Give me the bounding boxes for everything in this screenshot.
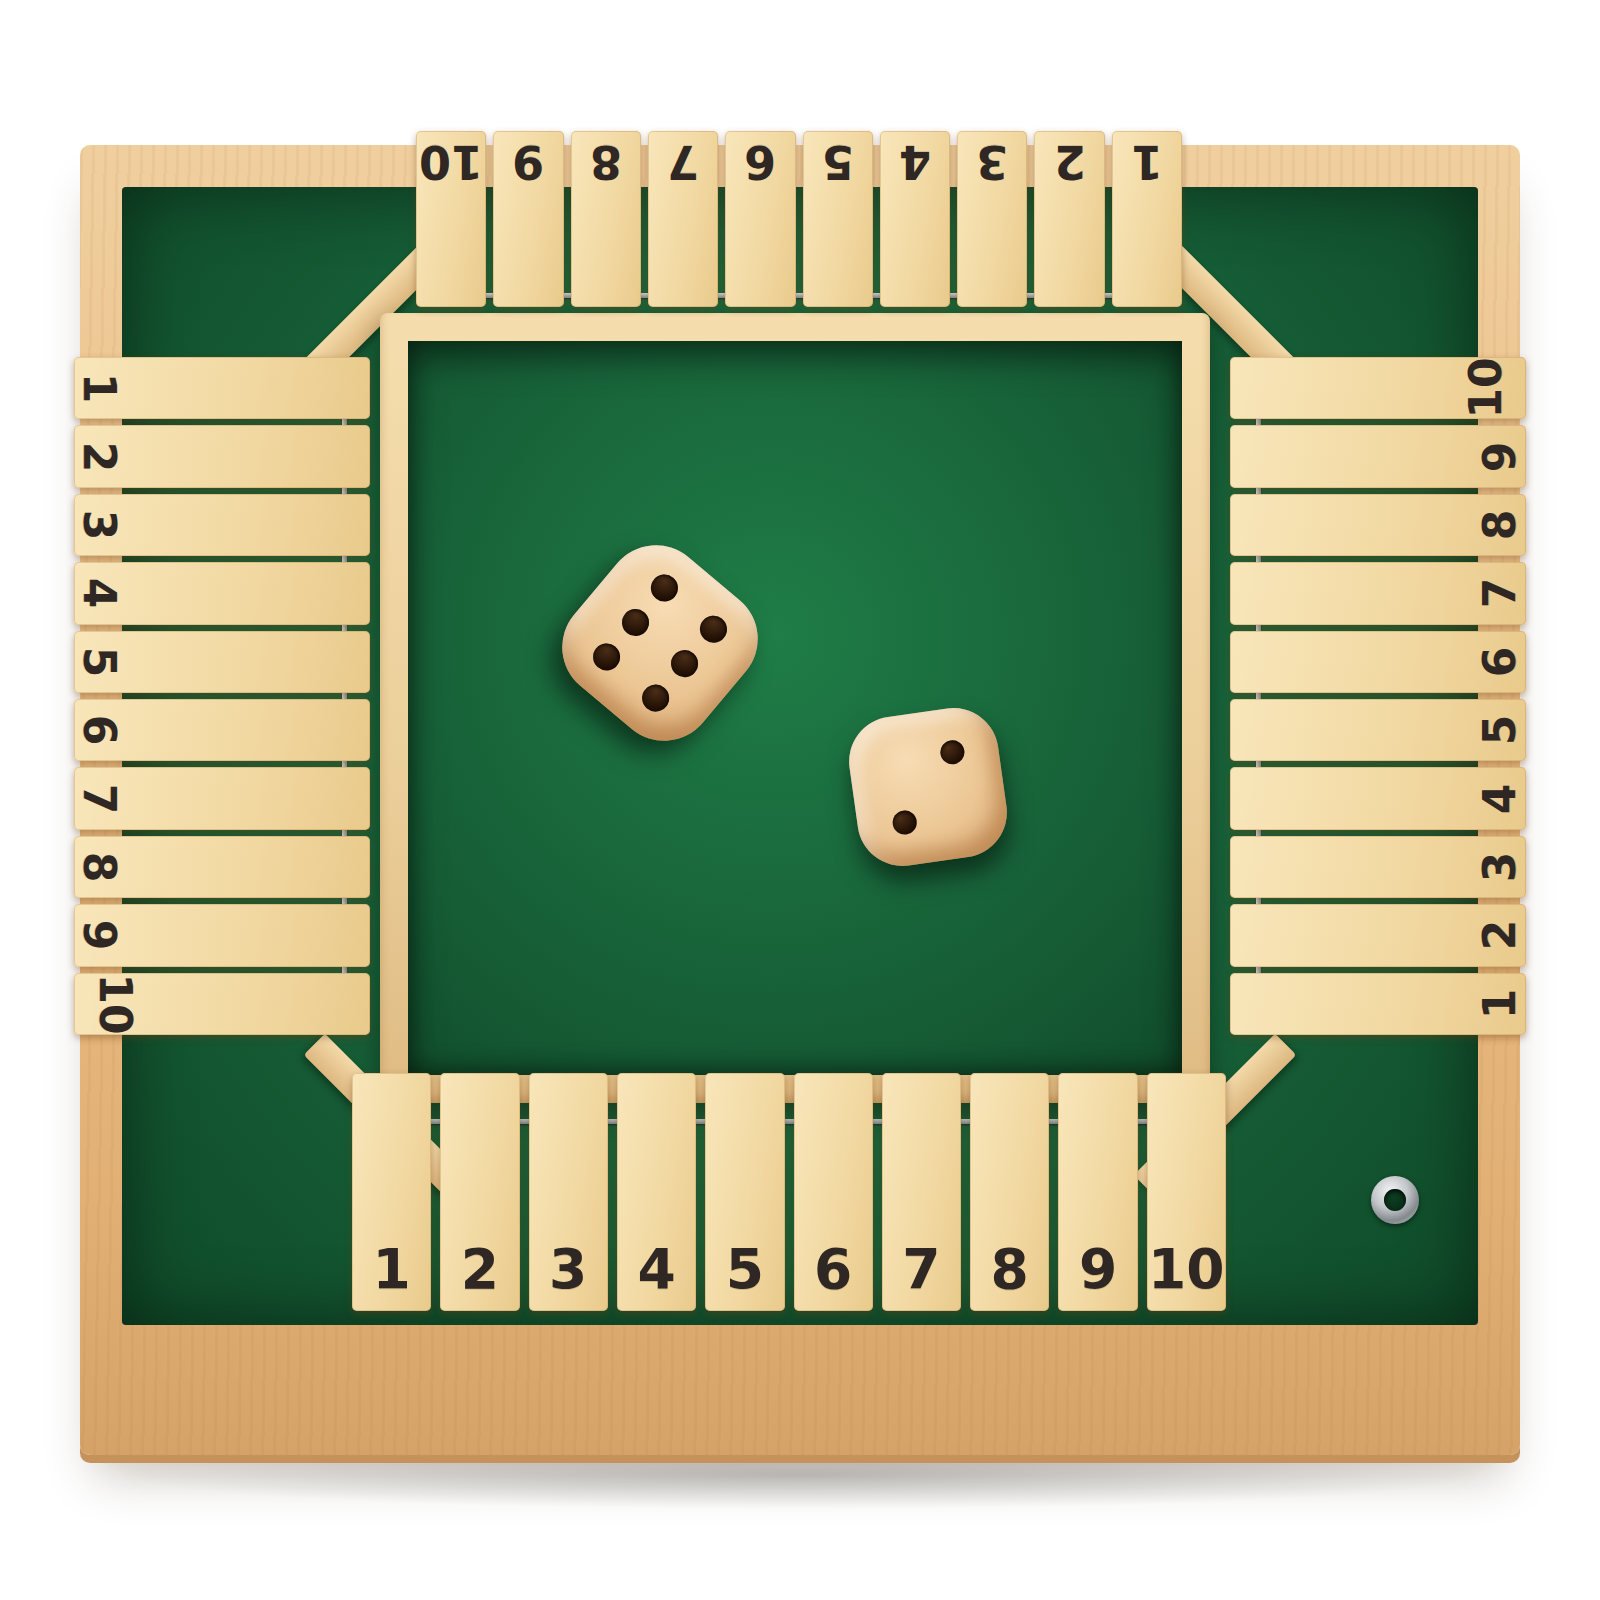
tile-bottom-1[interactable]: 1 — [352, 1073, 431, 1311]
tile-bottom-4[interactable]: 4 — [617, 1073, 696, 1311]
tile-right-8[interactable]: 8 — [1230, 494, 1526, 556]
tile-right-3[interactable]: 3 — [1230, 836, 1526, 898]
tile-left-6[interactable]: 6 — [74, 699, 370, 761]
tile-right-1[interactable]: 1 — [1230, 973, 1526, 1035]
die-pip — [636, 679, 674, 717]
tile-top-2[interactable]: 2 — [1034, 131, 1104, 307]
tile-number: 6 — [77, 715, 121, 746]
tile-bottom-2[interactable]: 2 — [440, 1073, 519, 1311]
tile-number: 7 — [1479, 578, 1523, 609]
tile-number: 3 — [1479, 852, 1523, 883]
tile-number: 1 — [373, 1242, 411, 1297]
tile-number: 8 — [1479, 510, 1523, 541]
tile-top-10[interactable]: 10 — [416, 131, 486, 307]
tile-number: 10 — [1148, 1242, 1225, 1297]
tile-number: 10 — [419, 139, 483, 185]
tile-row-top: 10987654321 — [416, 131, 1182, 307]
die-pip — [695, 610, 733, 648]
tile-bottom-8[interactable]: 8 — [970, 1073, 1049, 1311]
tile-left-10[interactable]: 10 — [74, 973, 370, 1035]
tile-right-2[interactable]: 2 — [1230, 904, 1526, 966]
tile-number: 9 — [1079, 1242, 1117, 1297]
tile-number: 4 — [637, 1242, 675, 1297]
tile-bottom-9[interactable]: 9 — [1058, 1073, 1137, 1311]
tile-number: 7 — [667, 139, 699, 185]
die-pip — [891, 809, 918, 836]
tile-bottom-7[interactable]: 7 — [882, 1073, 961, 1311]
tile-left-4[interactable]: 4 — [74, 562, 370, 624]
tile-number: 2 — [1479, 920, 1523, 951]
tile-column-right: 10987654321 — [1230, 357, 1526, 1035]
die-pip — [617, 604, 655, 642]
tile-number: 2 — [77, 441, 121, 472]
product-photo-stage: 10987654321 12345678910 10987654321 1234… — [0, 0, 1600, 1600]
tile-number: 10 — [1463, 358, 1507, 419]
tile-number: 5 — [726, 1242, 764, 1297]
tile-number: 5 — [77, 646, 121, 677]
tile-number: 8 — [77, 852, 121, 883]
tile-bottom-10[interactable]: 10 — [1147, 1073, 1226, 1311]
tile-number: 2 — [461, 1242, 499, 1297]
tile-top-9[interactable]: 9 — [493, 131, 563, 307]
tile-number: 9 — [1479, 441, 1523, 472]
die-pip — [938, 738, 965, 765]
tile-number: 6 — [744, 139, 776, 185]
tile-number: 9 — [512, 139, 544, 185]
tile-left-9[interactable]: 9 — [74, 904, 370, 966]
die-pip — [666, 645, 704, 683]
tile-number: 2 — [1054, 139, 1086, 185]
tile-top-4[interactable]: 4 — [880, 131, 950, 307]
center-felt — [408, 341, 1182, 1075]
tile-number: 4 — [899, 139, 931, 185]
tile-number: 6 — [1479, 646, 1523, 677]
die-2[interactable] — [843, 702, 1012, 871]
tile-bottom-6[interactable]: 6 — [794, 1073, 873, 1311]
tile-number: 7 — [902, 1242, 940, 1297]
tile-left-8[interactable]: 8 — [74, 836, 370, 898]
tile-left-1[interactable]: 1 — [74, 357, 370, 419]
tile-right-10[interactable]: 10 — [1230, 357, 1526, 419]
tile-bottom-3[interactable]: 3 — [529, 1073, 608, 1311]
tile-right-7[interactable]: 7 — [1230, 562, 1526, 624]
tile-top-6[interactable]: 6 — [725, 131, 795, 307]
tile-number: 1 — [1479, 988, 1523, 1019]
tile-right-6[interactable]: 6 — [1230, 631, 1526, 693]
tile-number: 8 — [991, 1242, 1029, 1297]
tile-left-7[interactable]: 7 — [74, 767, 370, 829]
tile-top-5[interactable]: 5 — [803, 131, 873, 307]
tile-number: 5 — [822, 139, 854, 185]
tile-row-bottom: 12345678910 — [352, 1073, 1226, 1311]
tile-number: 4 — [77, 578, 121, 609]
tile-top-1[interactable]: 1 — [1112, 131, 1182, 307]
tile-number: 3 — [549, 1242, 587, 1297]
die-pip — [587, 638, 625, 676]
shut-the-box-board: 10987654321 12345678910 10987654321 1234… — [80, 145, 1520, 1455]
tile-top-3[interactable]: 3 — [957, 131, 1027, 307]
die-pip — [646, 569, 684, 607]
tile-top-8[interactable]: 8 — [571, 131, 641, 307]
tile-number: 6 — [814, 1242, 852, 1297]
tile-left-5[interactable]: 5 — [74, 631, 370, 693]
tile-right-5[interactable]: 5 — [1230, 699, 1526, 761]
tile-number: 10 — [93, 973, 137, 1034]
tile-left-2[interactable]: 2 — [74, 425, 370, 487]
tile-number: 4 — [1479, 783, 1523, 814]
tile-number: 1 — [1131, 139, 1163, 185]
tile-bottom-5[interactable]: 5 — [705, 1073, 784, 1311]
die-1[interactable] — [542, 525, 779, 762]
tile-right-4[interactable]: 4 — [1230, 767, 1526, 829]
tile-number: 9 — [77, 920, 121, 951]
tile-top-7[interactable]: 7 — [648, 131, 718, 307]
tile-number: 7 — [77, 783, 121, 814]
tile-number: 5 — [1479, 715, 1523, 746]
tile-number: 1 — [77, 373, 121, 404]
tile-left-3[interactable]: 3 — [74, 494, 370, 556]
tile-number: 3 — [77, 510, 121, 541]
tile-number: 3 — [976, 139, 1008, 185]
tile-right-9[interactable]: 9 — [1230, 425, 1526, 487]
tile-number: 8 — [590, 139, 622, 185]
grommet — [1371, 1176, 1419, 1224]
inner-rail — [380, 313, 1210, 1103]
tile-column-left: 12345678910 — [74, 357, 370, 1035]
